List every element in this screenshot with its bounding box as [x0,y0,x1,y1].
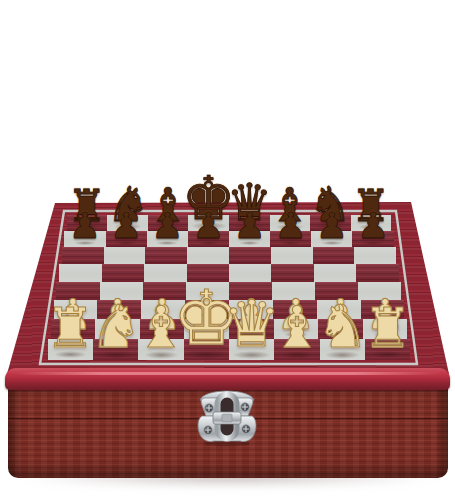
latch-keeper-slot [222,414,232,422]
latch-screw [205,404,213,412]
latch-screw [241,403,249,411]
chess-box-scene: ♜♞♝♚♛♝♞♜♟♟♟♟♟♟♟♟♟♟♟♟♟♟♟♟♜♞♝♚♛♝♞♜ [0,0,455,500]
latch-screw [204,426,212,434]
latch-screw [242,425,250,433]
latch [192,386,262,448]
